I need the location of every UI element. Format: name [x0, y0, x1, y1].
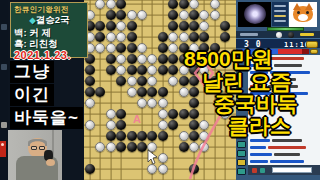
black-stone	[168, 109, 178, 119]
white-stone	[158, 164, 168, 174]
white-stone	[116, 21, 126, 31]
stone-indicator-row	[236, 31, 320, 38]
fox-logo-icon	[293, 6, 313, 22]
white-stone	[137, 10, 147, 20]
hair	[28, 139, 47, 146]
white-stone	[95, 142, 105, 152]
emote-button[interactable]	[237, 141, 246, 148]
white-stone-icon	[276, 32, 282, 38]
black-stone	[168, 21, 178, 31]
chat-toolbar	[248, 165, 320, 175]
black-stone	[189, 76, 199, 86]
black-stone	[106, 10, 116, 20]
black-stone	[158, 32, 168, 42]
white-stone	[127, 87, 137, 97]
black-stone	[158, 43, 168, 53]
fox-eye	[297, 11, 300, 14]
fox-eye	[306, 11, 309, 14]
glasses	[31, 146, 37, 150]
chat-text-smudge	[274, 153, 300, 156]
black-stone	[137, 131, 147, 141]
fox-ear-icon	[293, 3, 301, 10]
white-stone	[147, 142, 157, 152]
white-stone	[189, 142, 199, 152]
black-stone	[116, 43, 126, 53]
black-stone	[189, 120, 199, 130]
glasses	[39, 146, 45, 150]
white-stone	[95, 0, 105, 9]
galaxy-avatar-image	[244, 4, 266, 24]
white-stone	[137, 43, 147, 53]
black-stone	[137, 142, 147, 152]
white-stone	[147, 164, 157, 174]
black-stone	[106, 65, 116, 75]
commentator-webcam	[8, 130, 62, 180]
white-stone	[85, 120, 95, 130]
black-stone	[116, 10, 126, 20]
black-stone	[189, 10, 199, 20]
white-stone	[168, 76, 178, 86]
black-stone	[147, 131, 157, 141]
thumbnail-stage: A 한큐인기왕위전 ◆결승2국 백: 커 제 흑: 리친청 2021.1.23.…	[0, 0, 320, 180]
white-stone	[199, 21, 209, 31]
white-stone	[116, 65, 126, 75]
sidebar-icon[interactable]	[1, 64, 7, 70]
white-stone	[168, 43, 178, 53]
black-stone	[95, 32, 105, 42]
sidebar-icon[interactable]	[1, 24, 7, 30]
white-stone	[199, 142, 209, 152]
fox-muzzle	[298, 14, 308, 21]
chat-text-smudge	[268, 146, 306, 149]
small-yellow-button[interactable]	[310, 49, 318, 54]
app-sidebar-strip	[0, 0, 8, 180]
black-stone	[127, 21, 137, 31]
black-stone	[137, 87, 147, 97]
white-stone	[147, 98, 157, 108]
info-text-line	[274, 5, 286, 7]
black-stone	[137, 65, 147, 75]
caption-line-2: 이긴	[10, 84, 54, 106]
white-stone	[85, 98, 95, 108]
white-stone	[199, 120, 209, 130]
black-stone	[116, 120, 126, 130]
hand	[46, 159, 55, 166]
info-text-line	[274, 10, 286, 12]
black-stone	[189, 109, 199, 119]
chat-text-smudge	[274, 64, 302, 67]
black-stone	[127, 32, 137, 42]
black-stone	[116, 142, 126, 152]
black-stone	[179, 109, 189, 119]
black-stone	[95, 87, 105, 97]
black-stone	[179, 0, 189, 9]
black-stone	[168, 0, 178, 9]
tournament-info-panel: 한큐인기왕위전 ◆결승2국 백: 커 제 흑: 리친청 2021.1.23.	[10, 2, 88, 58]
black-stone	[220, 21, 230, 31]
white-stone	[210, 10, 220, 20]
black-stone	[189, 32, 199, 42]
black-stone	[106, 21, 116, 31]
white-stone	[179, 131, 189, 141]
info-text-line	[274, 20, 286, 22]
black-stone	[85, 87, 95, 97]
menu-button[interactable]	[306, 41, 318, 48]
black-stone	[116, 109, 126, 119]
label-smudge	[300, 33, 314, 36]
label-smudge	[240, 33, 258, 36]
black-stone	[85, 76, 95, 86]
black-stone	[189, 98, 199, 108]
white-stone	[147, 76, 157, 86]
black-stone	[95, 21, 105, 31]
white-stone	[179, 87, 189, 97]
white-stone	[116, 54, 126, 64]
black-stone	[127, 54, 137, 64]
black-stone	[147, 87, 157, 97]
white-stone	[95, 43, 105, 53]
headline-line-4: 클라스	[228, 112, 291, 140]
emote-button[interactable]	[237, 150, 246, 157]
white-stone	[158, 98, 168, 108]
black-stone	[127, 65, 137, 75]
fox-ear-icon	[305, 3, 313, 10]
black-stone	[168, 10, 178, 20]
chat-button-teal[interactable]	[260, 168, 265, 173]
chat-username-smudge	[250, 146, 266, 149]
sidebar-icon[interactable]	[1, 122, 7, 128]
emote-button[interactable]	[237, 168, 246, 175]
player-avatar-left[interactable]	[238, 2, 271, 27]
chat-button-red[interactable]	[252, 168, 257, 173]
player-avatar-right[interactable]	[289, 2, 317, 27]
black-stone	[116, 131, 126, 141]
chat-text-smudge	[268, 57, 304, 60]
black-stone	[179, 21, 189, 31]
white-stone	[106, 120, 116, 130]
black-stone	[116, 76, 126, 86]
white-stone	[106, 32, 116, 42]
black-stone	[199, 32, 209, 42]
game-date: 2021.1.23.	[14, 49, 85, 61]
black-stone	[137, 76, 147, 86]
info-text-line	[274, 15, 286, 17]
white-stone	[137, 54, 147, 64]
white-stone	[106, 0, 116, 9]
white-stone	[137, 98, 147, 108]
white-stone	[147, 65, 157, 75]
chat-text-smudge	[270, 160, 304, 163]
white-stone	[106, 109, 116, 119]
white-stone	[168, 32, 178, 42]
black-stone	[189, 87, 199, 97]
winbar-dark-red	[302, 49, 309, 54]
chat-username-smudge	[250, 153, 272, 156]
white-stone	[106, 43, 116, 53]
match-info-box	[272, 2, 288, 26]
emote-button[interactable]	[237, 159, 246, 166]
round-label: ◆결승2국	[14, 14, 85, 27]
black-stone	[179, 76, 189, 86]
black-stone-icon	[288, 32, 294, 38]
caption-line-1: 그냥	[10, 61, 54, 83]
caption-line-3: 바둑을~	[10, 107, 83, 129]
black-stone	[189, 164, 199, 174]
black-stone	[106, 131, 116, 141]
white-stone	[158, 120, 168, 130]
white-player: 백: 커 제	[14, 27, 85, 38]
black-stone	[127, 43, 137, 53]
black-stone	[158, 54, 168, 64]
white-stone	[127, 10, 137, 20]
black-stone	[179, 142, 189, 152]
black-stone	[116, 0, 126, 9]
black-stone	[127, 142, 137, 152]
black-stone	[158, 131, 168, 141]
white-stone	[199, 131, 209, 141]
black-stone	[85, 65, 95, 75]
black-stone	[127, 131, 137, 141]
white-stone	[158, 153, 168, 163]
black-stone	[189, 131, 199, 141]
black-player: 흑: 리친청	[14, 38, 85, 49]
white-stone	[106, 142, 116, 152]
white-stone	[210, 0, 220, 9]
white-stone	[158, 109, 168, 119]
white-stone	[147, 54, 157, 64]
black-stone	[158, 65, 168, 75]
winbar-red	[278, 49, 302, 54]
white-stone	[199, 10, 209, 20]
black-stone	[158, 87, 168, 97]
white-stone	[179, 32, 189, 42]
record-indicator	[0, 141, 6, 157]
white-stone	[189, 0, 199, 9]
black-stone	[220, 32, 230, 42]
black-stone	[106, 54, 116, 64]
white-stone	[127, 76, 137, 86]
white-stone	[179, 10, 189, 20]
chat-input[interactable]	[272, 167, 312, 173]
chat-username-smudge	[250, 160, 268, 163]
black-stone	[189, 21, 199, 31]
black-stone	[85, 164, 95, 174]
black-stone	[168, 54, 178, 64]
black-stone	[168, 65, 178, 75]
white-stone	[116, 32, 126, 42]
black-stone	[168, 120, 178, 130]
